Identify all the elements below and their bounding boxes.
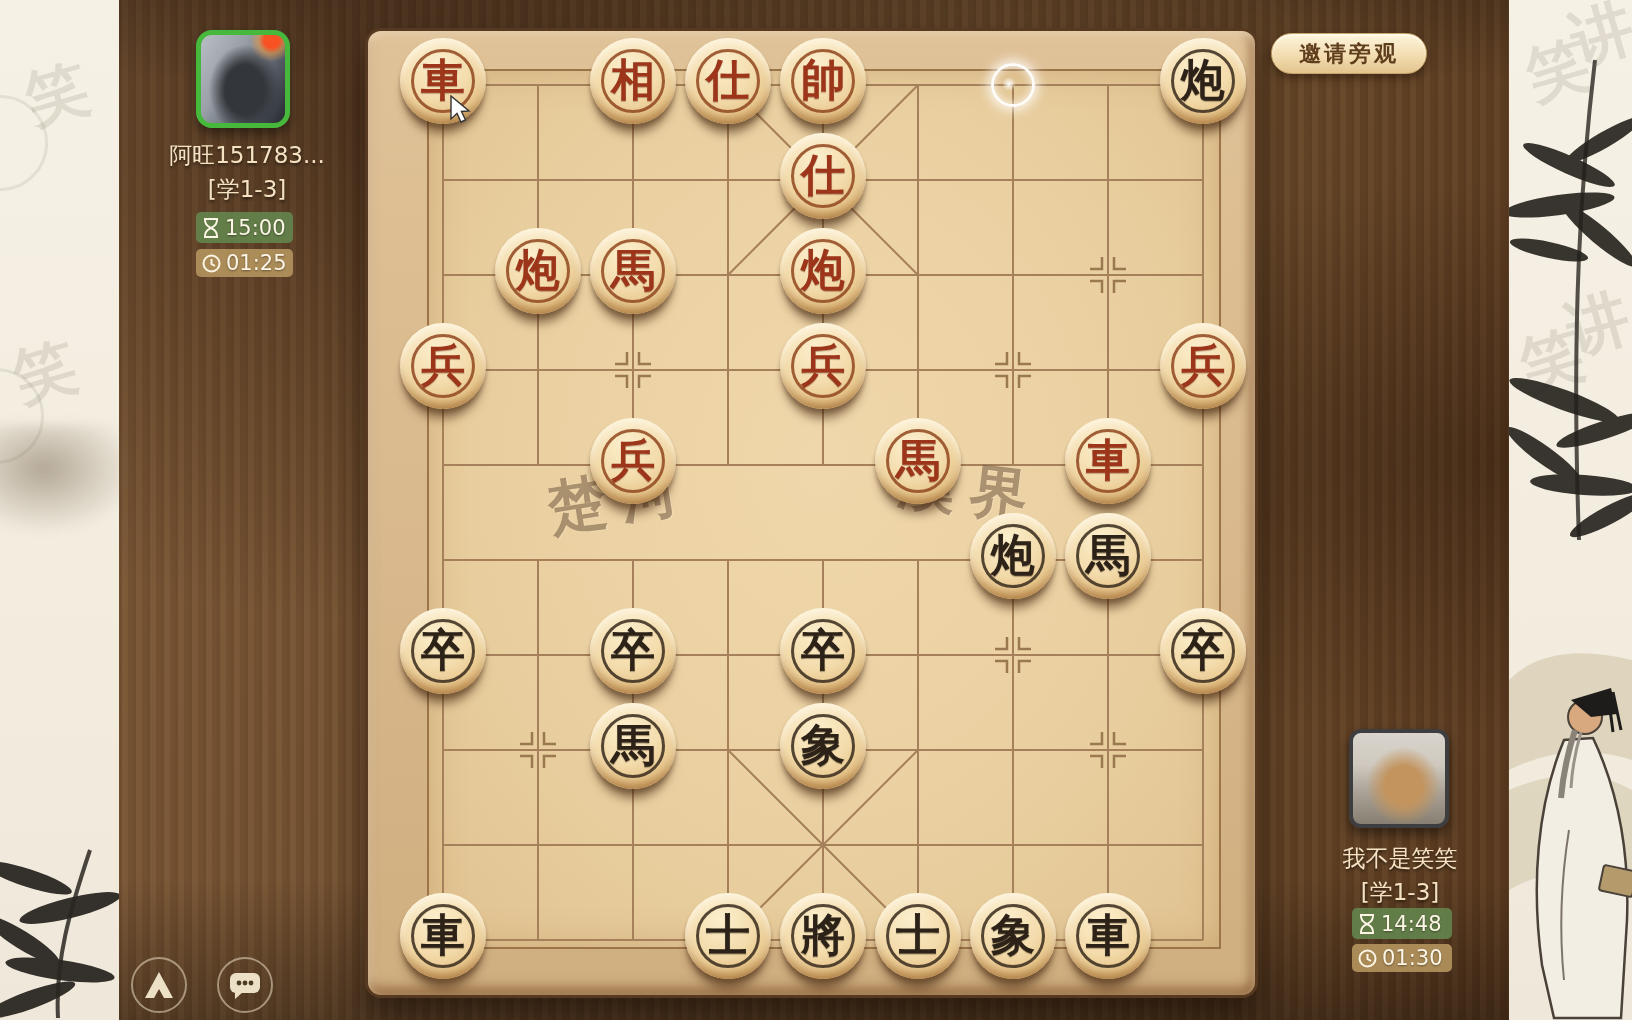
piece-glyph: 兵 (421, 343, 465, 387)
piece-glyph: 馬 (1086, 533, 1130, 577)
piece-glyph: 車 (421, 58, 465, 102)
piece-ring: 卒 (1171, 619, 1235, 683)
piece-black-車[interactable]: 車 (1065, 893, 1151, 979)
piece-ring: 相 (601, 49, 665, 113)
piece-black-士[interactable]: 士 (685, 893, 771, 979)
piece-glyph: 卒 (421, 628, 465, 672)
piece-glyph: 象 (801, 723, 845, 767)
move-time-value: 01:30 (1382, 946, 1443, 970)
piece-ring: 炮 (1171, 49, 1235, 113)
piece-ring: 卒 (411, 619, 475, 683)
clock-icon (1358, 949, 1377, 968)
piece-glyph: 炮 (516, 248, 560, 292)
ink-mountain-wash (0, 425, 140, 535)
avatar[interactable] (1349, 729, 1449, 828)
piece-ring: 炮 (791, 239, 855, 303)
piece-black-卒[interactable]: 卒 (590, 608, 676, 694)
piece-glyph: 卒 (1181, 628, 1225, 672)
piece-ring: 仕 (696, 49, 760, 113)
exit-button[interactable] (131, 957, 187, 1013)
move-timer: 01:30 (1352, 944, 1452, 972)
piece-red-仕[interactable]: 仕 (685, 38, 771, 124)
piece-ring: 兵 (601, 429, 665, 493)
exit-arrow-icon (142, 970, 176, 1000)
chat-button[interactable] (217, 957, 273, 1013)
piece-black-象[interactable]: 象 (780, 703, 866, 789)
piece-glyph: 馬 (611, 248, 655, 292)
game-time-value: 15:00 (225, 216, 286, 240)
piece-glyph: 炮 (801, 248, 845, 292)
piece-glyph: 士 (896, 913, 940, 957)
piece-black-馬[interactable]: 馬 (590, 703, 676, 789)
piece-ring: 炮 (981, 524, 1045, 588)
piece-glyph: 仕 (706, 58, 750, 102)
piece-red-炮[interactable]: 炮 (780, 228, 866, 314)
piece-glyph: 兵 (611, 438, 655, 482)
piece-red-炮[interactable]: 炮 (495, 228, 581, 314)
piece-ring: 卒 (791, 619, 855, 683)
game-timer: 14:48 (1352, 908, 1452, 939)
piece-glyph: 卒 (611, 628, 655, 672)
piece-glyph: 仕 (801, 153, 845, 197)
piece-glyph: 兵 (801, 343, 845, 387)
player-name: 我不是笑笑 (1280, 843, 1520, 874)
piece-ring: 車 (1076, 429, 1140, 493)
piece-black-炮[interactable]: 炮 (1160, 38, 1246, 124)
piece-ring: 車 (1076, 904, 1140, 968)
piece-red-帥[interactable]: 帥 (780, 38, 866, 124)
piece-red-兵[interactable]: 兵 (400, 323, 486, 409)
chat-bubble-icon (228, 970, 262, 1000)
game-time-value: 14:48 (1381, 912, 1442, 936)
piece-ring: 炮 (506, 239, 570, 303)
piece-ring: 士 (696, 904, 760, 968)
invite-spectators-button[interactable]: 邀请旁观 (1271, 33, 1427, 74)
player-name: 阿旺151783... (127, 140, 367, 171)
piece-black-卒[interactable]: 卒 (780, 608, 866, 694)
piece-ring: 將 (791, 904, 855, 968)
hourglass-icon (1358, 914, 1376, 934)
piece-ring: 馬 (886, 429, 950, 493)
piece-black-象[interactable]: 象 (970, 893, 1056, 979)
piece-ring: 車 (411, 904, 475, 968)
piece-glyph: 車 (1086, 913, 1130, 957)
piece-black-炮[interactable]: 炮 (970, 513, 1056, 599)
piece-black-將[interactable]: 將 (780, 893, 866, 979)
sage-painting (1509, 620, 1632, 1020)
piece-glyph: 相 (611, 58, 655, 102)
piece-glyph: 車 (421, 913, 465, 957)
piece-red-馬[interactable]: 馬 (590, 228, 676, 314)
piece-ring: 帥 (791, 49, 855, 113)
piece-red-兵[interactable]: 兵 (590, 418, 676, 504)
piece-ring: 仕 (791, 144, 855, 208)
avatar[interactable] (196, 30, 290, 128)
piece-black-卒[interactable]: 卒 (1160, 608, 1246, 694)
move-timer: 01:25 (196, 249, 293, 277)
bamboo-ink-right (1509, 0, 1632, 560)
piece-red-車[interactable]: 車 (400, 38, 486, 124)
right-decor-strip: 笑 讲 笑 讲 (1509, 0, 1632, 1020)
piece-ring: 馬 (1076, 524, 1140, 588)
player-rank-tag: [学1-3] (1280, 877, 1520, 908)
piece-red-仕[interactable]: 仕 (780, 133, 866, 219)
piece-glyph: 帥 (801, 58, 845, 102)
piece-black-車[interactable]: 車 (400, 893, 486, 979)
piece-red-相[interactable]: 相 (590, 38, 676, 124)
move-time-value: 01:25 (226, 251, 287, 275)
piece-glyph: 象 (991, 913, 1035, 957)
piece-ring: 車 (411, 49, 475, 113)
piece-black-卒[interactable]: 卒 (400, 608, 486, 694)
piece-glyph: 馬 (611, 723, 655, 767)
xiangqi-game-screen: 笑 笑 笑 讲 笑 讲 (0, 0, 1632, 1020)
piece-black-馬[interactable]: 馬 (1065, 513, 1151, 599)
game-timer: 15:00 (196, 212, 293, 243)
piece-ring: 象 (981, 904, 1045, 968)
player-rank-tag: [学1-3] (127, 174, 367, 205)
piece-red-兵[interactable]: 兵 (780, 323, 866, 409)
piece-ring: 兵 (1171, 334, 1235, 398)
left-decor-strip: 笑 笑 (0, 0, 119, 1020)
piece-glyph: 兵 (1181, 343, 1225, 387)
hourglass-icon (202, 218, 220, 238)
piece-glyph: 將 (801, 913, 845, 957)
piece-ring: 馬 (601, 239, 665, 303)
clock-icon (202, 254, 221, 273)
piece-ring: 士 (886, 904, 950, 968)
piece-glyph: 炮 (1181, 58, 1225, 102)
bamboo-ink-left (0, 820, 119, 1020)
piece-ring: 兵 (791, 334, 855, 398)
piece-red-兵[interactable]: 兵 (1160, 323, 1246, 409)
piece-black-士[interactable]: 士 (875, 893, 961, 979)
piece-glyph: 車 (1086, 438, 1130, 482)
piece-ring: 象 (791, 714, 855, 778)
piece-glyph: 士 (706, 913, 750, 957)
piece-glyph: 馬 (896, 438, 940, 482)
last-move-marker (991, 63, 1035, 107)
piece-ring: 卒 (601, 619, 665, 683)
piece-red-馬[interactable]: 馬 (875, 418, 961, 504)
piece-ring: 馬 (601, 714, 665, 778)
piece-glyph: 炮 (991, 533, 1035, 577)
piece-red-車[interactable]: 車 (1065, 418, 1151, 504)
piece-ring: 兵 (411, 334, 475, 398)
piece-glyph: 卒 (801, 628, 845, 672)
